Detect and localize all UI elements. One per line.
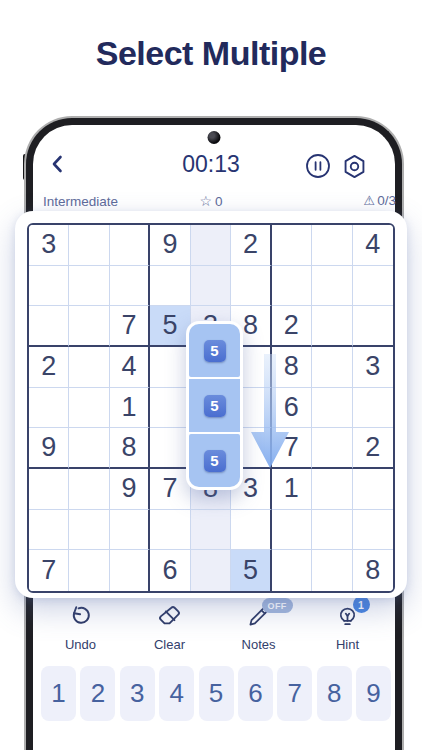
cell-r8c2[interactable] xyxy=(69,510,109,551)
cell-r5c7[interactable]: 6 xyxy=(272,388,312,429)
cell-r9c1[interactable]: 7 xyxy=(29,550,69,591)
cell-r9c8[interactable] xyxy=(312,550,352,591)
cell-r3c2[interactable] xyxy=(69,306,109,347)
cell-r5c2[interactable] xyxy=(69,388,109,429)
hint-count-badge: 1 xyxy=(353,596,370,613)
cell-r3c8[interactable] xyxy=(312,306,352,347)
cell-r9c2[interactable] xyxy=(69,550,109,591)
cell-r9c3[interactable] xyxy=(110,550,150,591)
cell-r6c1[interactable]: 9 xyxy=(29,428,69,469)
cell-r9c9[interactable]: 8 xyxy=(353,550,393,591)
cell-r6c9[interactable]: 2 xyxy=(353,428,393,469)
undo-icon xyxy=(67,603,94,634)
cell-r3c1[interactable] xyxy=(29,306,69,347)
cell-r7c9[interactable] xyxy=(353,469,393,510)
cell-r3c7[interactable]: 2 xyxy=(272,306,312,347)
cell-r7c3[interactable]: 9 xyxy=(110,469,150,510)
numpad-key-7[interactable]: 7 xyxy=(277,666,312,721)
star-icon: ☆ xyxy=(199,193,212,209)
cell-r5c9[interactable] xyxy=(353,388,393,429)
cell-r9c5[interactable] xyxy=(191,550,231,591)
numpad-key-2[interactable]: 2 xyxy=(80,666,115,721)
pause-button[interactable] xyxy=(305,153,331,179)
cell-r1c3[interactable] xyxy=(110,225,150,266)
toolbar: Undo Clear OFF Notes 1 xyxy=(36,603,392,661)
popup-chip-1: 5 xyxy=(204,340,226,362)
clear-button[interactable]: Clear xyxy=(134,603,206,661)
cell-r4c3[interactable]: 4 xyxy=(110,347,150,388)
numpad-key-1[interactable]: 1 xyxy=(41,666,76,721)
cell-r7c8[interactable] xyxy=(312,469,352,510)
gear-icon xyxy=(341,166,368,183)
cell-r8c9[interactable] xyxy=(353,510,393,551)
cell-r2c5[interactable] xyxy=(191,266,231,307)
cell-r8c8[interactable] xyxy=(312,510,352,551)
cell-r6c8[interactable] xyxy=(312,428,352,469)
cell-r2c4[interactable] xyxy=(150,266,190,307)
cell-r6c7[interactable]: 7 xyxy=(272,428,312,469)
cell-r1c7[interactable] xyxy=(272,225,312,266)
popup-chip-3: 5 xyxy=(204,450,226,472)
undo-label: Undo xyxy=(65,637,96,652)
notes-label: Notes xyxy=(242,637,276,652)
cell-r2c8[interactable] xyxy=(312,266,352,307)
cell-r8c1[interactable] xyxy=(29,510,69,551)
camera-dot xyxy=(208,131,221,144)
cell-r7c2[interactable] xyxy=(69,469,109,510)
cell-r2c2[interactable] xyxy=(69,266,109,307)
cell-r8c3[interactable] xyxy=(110,510,150,551)
undo-button[interactable]: Undo xyxy=(45,603,117,661)
warning-icon: ⚠ xyxy=(364,193,376,208)
popup-chip-2: 5 xyxy=(204,395,226,417)
number-pad: 123456789 xyxy=(41,666,391,721)
cell-r8c7[interactable] xyxy=(272,510,312,551)
cell-r2c9[interactable] xyxy=(353,266,393,307)
cell-r7c4[interactable]: 7 xyxy=(150,469,190,510)
multi-select-popup: 555 xyxy=(186,321,243,490)
cell-r5c1[interactable] xyxy=(29,388,69,429)
popup-cell-2: 5 xyxy=(189,379,240,432)
cell-r8c6[interactable] xyxy=(231,510,271,551)
cell-r6c2[interactable] xyxy=(69,428,109,469)
numpad-key-8[interactable]: 8 xyxy=(317,666,352,721)
numpad-key-6[interactable]: 6 xyxy=(238,666,273,721)
cell-r9c4[interactable]: 6 xyxy=(150,550,190,591)
popup-cell-1: 5 xyxy=(189,324,240,377)
cell-r3c3[interactable]: 7 xyxy=(110,306,150,347)
cell-r7c1[interactable] xyxy=(29,469,69,510)
cell-r2c3[interactable] xyxy=(110,266,150,307)
cell-r1c4[interactable]: 9 xyxy=(150,225,190,266)
cell-r3c4[interactable]: 5 xyxy=(150,306,190,347)
notes-button[interactable]: OFF Notes xyxy=(223,603,295,661)
cell-r6c3[interactable]: 8 xyxy=(110,428,150,469)
cell-r4c9[interactable]: 3 xyxy=(353,347,393,388)
cell-r8c5[interactable] xyxy=(191,510,231,551)
cell-r1c9[interactable]: 4 xyxy=(353,225,393,266)
cell-r1c6[interactable]: 2 xyxy=(231,225,271,266)
cell-r2c6[interactable] xyxy=(231,266,271,307)
cell-r2c7[interactable] xyxy=(272,266,312,307)
pause-icon xyxy=(305,165,331,182)
eraser-icon xyxy=(156,603,183,634)
cell-r4c4[interactable] xyxy=(150,347,190,388)
cell-r1c8[interactable] xyxy=(312,225,352,266)
hint-label: Hint xyxy=(336,637,359,652)
cell-r1c2[interactable] xyxy=(69,225,109,266)
cell-r4c2[interactable] xyxy=(69,347,109,388)
cell-r4c1[interactable]: 2 xyxy=(29,347,69,388)
cell-r7c7[interactable]: 1 xyxy=(272,469,312,510)
cell-r1c5[interactable] xyxy=(191,225,231,266)
numpad-key-9[interactable]: 9 xyxy=(356,666,391,721)
cell-r5c4[interactable] xyxy=(150,388,190,429)
cell-r9c6[interactable]: 5 xyxy=(231,550,271,591)
hint-button[interactable]: 1 Hint xyxy=(312,603,384,661)
cell-r3c9[interactable] xyxy=(353,306,393,347)
cell-r5c3[interactable]: 1 xyxy=(110,388,150,429)
popup-cell-3: 5 xyxy=(189,434,240,487)
cell-r8c4[interactable] xyxy=(150,510,190,551)
page-title: Select Multiple xyxy=(0,34,422,73)
stars-counter: ☆0 xyxy=(0,193,422,209)
cell-r5c8[interactable] xyxy=(312,388,352,429)
numpad-key-5[interactable]: 5 xyxy=(199,666,234,721)
mistakes-counter: ⚠0/3 xyxy=(364,193,396,208)
cell-r9c7[interactable] xyxy=(272,550,312,591)
clear-label: Clear xyxy=(154,637,185,652)
cell-r2c1[interactable] xyxy=(29,266,69,307)
numpad-key-4[interactable]: 4 xyxy=(159,666,194,721)
cell-r4c7[interactable]: 8 xyxy=(272,347,312,388)
settings-button[interactable] xyxy=(341,153,368,180)
cell-r4c8[interactable] xyxy=(312,347,352,388)
numpad-key-3[interactable]: 3 xyxy=(120,666,155,721)
cell-r1c1[interactable]: 3 xyxy=(29,225,69,266)
notes-off-badge: OFF xyxy=(262,598,293,613)
cell-r6c4[interactable] xyxy=(150,428,190,469)
